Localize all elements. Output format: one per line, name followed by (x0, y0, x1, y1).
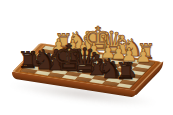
chess-set-photo: ♜♞♝♛♚♝♞♜♟♟♟♟♟♟♟♟♟♟♟♟♟♟♟♟♜♞♝♛♚♝♞♜ (0, 0, 173, 115)
square-a8 (116, 83, 133, 88)
